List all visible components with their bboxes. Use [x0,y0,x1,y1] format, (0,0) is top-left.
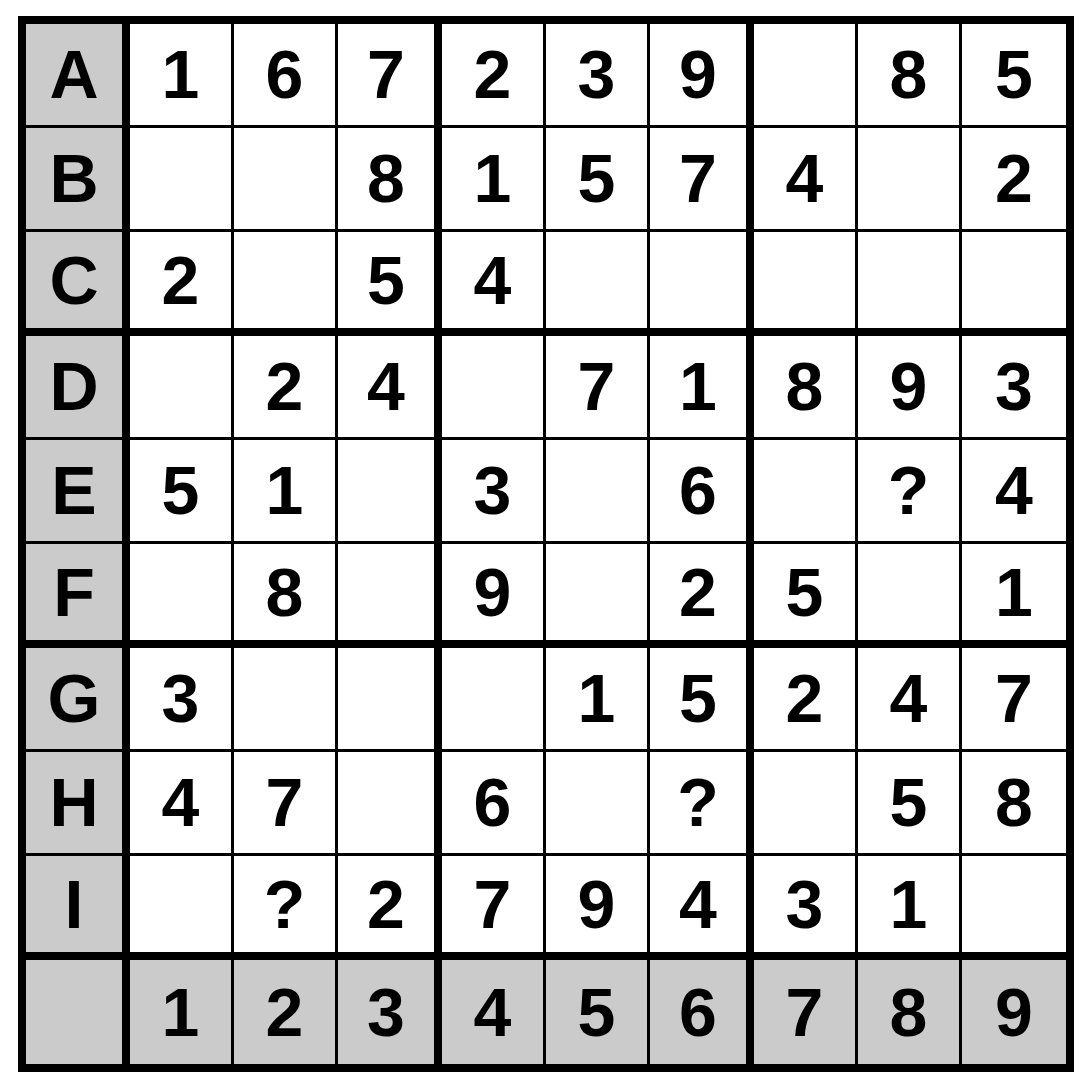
cell-I6[interactable]: 4 [650,856,754,960]
cell-H7[interactable] [754,752,858,856]
cell-A8[interactable]: 8 [858,24,962,128]
cell-I9[interactable] [962,856,1066,960]
cell-H5[interactable] [546,752,650,856]
col-label-1: 1 [130,960,234,1064]
cell-B6[interactable]: 7 [650,128,754,232]
row-label-C: C [26,232,130,336]
cell-A2[interactable]: 6 [234,24,338,128]
cell-B3[interactable]: 8 [338,128,442,232]
page: A16723985B815742C254D2471893E5136?4F8925… [0,0,1092,1087]
cell-D5[interactable]: 7 [546,336,650,440]
cell-D8[interactable]: 9 [858,336,962,440]
cell-E1[interactable]: 5 [130,440,234,544]
cell-C2[interactable] [234,232,338,336]
cell-B9[interactable]: 2 [962,128,1066,232]
cell-F4[interactable]: 9 [442,544,546,648]
cell-C6[interactable] [650,232,754,336]
cell-H3[interactable] [338,752,442,856]
sudoku-board: A16723985B815742C254D2471893E5136?4F8925… [18,16,1074,1072]
row-label-B: B [26,128,130,232]
cell-G4[interactable] [442,648,546,752]
cell-B1[interactable] [130,128,234,232]
cell-I2[interactable]: ? [234,856,338,960]
cell-H1[interactable]: 4 [130,752,234,856]
cell-H8[interactable]: 5 [858,752,962,856]
cell-B4[interactable]: 1 [442,128,546,232]
cell-C4[interactable]: 4 [442,232,546,336]
col-label-7: 7 [754,960,858,1064]
cell-A6[interactable]: 9 [650,24,754,128]
row-label-I: I [26,856,130,960]
cell-A7[interactable] [754,24,858,128]
cell-F8[interactable] [858,544,962,648]
cell-A3[interactable]: 7 [338,24,442,128]
cell-G5[interactable]: 1 [546,648,650,752]
cell-E2[interactable]: 1 [234,440,338,544]
cell-E5[interactable] [546,440,650,544]
cell-G9[interactable]: 7 [962,648,1066,752]
cell-E8[interactable]: ? [858,440,962,544]
cell-E7[interactable] [754,440,858,544]
col-label-6: 6 [650,960,754,1064]
cell-F9[interactable]: 1 [962,544,1066,648]
cell-F3[interactable] [338,544,442,648]
cell-D2[interactable]: 2 [234,336,338,440]
row-label-D: D [26,336,130,440]
cell-E4[interactable]: 3 [442,440,546,544]
row-label-E: E [26,440,130,544]
cell-G6[interactable]: 5 [650,648,754,752]
col-label-4: 4 [442,960,546,1064]
cell-G1[interactable]: 3 [130,648,234,752]
cell-D4[interactable] [442,336,546,440]
col-label-9: 9 [962,960,1066,1064]
cell-F1[interactable] [130,544,234,648]
cell-A5[interactable]: 3 [546,24,650,128]
cell-B5[interactable]: 5 [546,128,650,232]
cell-B7[interactable]: 4 [754,128,858,232]
cell-E6[interactable]: 6 [650,440,754,544]
row-label-F: F [26,544,130,648]
cell-G7[interactable]: 2 [754,648,858,752]
cell-I1[interactable] [130,856,234,960]
cell-H4[interactable]: 6 [442,752,546,856]
col-label-2: 2 [234,960,338,1064]
cell-I3[interactable]: 2 [338,856,442,960]
cell-C8[interactable] [858,232,962,336]
cell-I8[interactable]: 1 [858,856,962,960]
cell-H6[interactable]: ? [650,752,754,856]
cell-C3[interactable]: 5 [338,232,442,336]
cell-I4[interactable]: 7 [442,856,546,960]
cell-G8[interactable]: 4 [858,648,962,752]
cell-B2[interactable] [234,128,338,232]
cell-D1[interactable] [130,336,234,440]
cell-C9[interactable] [962,232,1066,336]
cell-D7[interactable]: 8 [754,336,858,440]
cell-I7[interactable]: 3 [754,856,858,960]
cell-F2[interactable]: 8 [234,544,338,648]
row-label-G: G [26,648,130,752]
cell-H2[interactable]: 7 [234,752,338,856]
cell-F7[interactable]: 5 [754,544,858,648]
cell-C1[interactable]: 2 [130,232,234,336]
row-label-H: H [26,752,130,856]
cell-E3[interactable] [338,440,442,544]
cell-F5[interactable] [546,544,650,648]
cell-H9[interactable]: 8 [962,752,1066,856]
row-label-A: A [26,24,130,128]
cell-C7[interactable] [754,232,858,336]
corner-cell [26,960,130,1064]
col-label-5: 5 [546,960,650,1064]
cell-E9[interactable]: 4 [962,440,1066,544]
cell-C5[interactable] [546,232,650,336]
cell-D9[interactable]: 3 [962,336,1066,440]
cell-A1[interactable]: 1 [130,24,234,128]
cell-D3[interactable]: 4 [338,336,442,440]
cell-G2[interactable] [234,648,338,752]
cell-A4[interactable]: 2 [442,24,546,128]
col-label-3: 3 [338,960,442,1064]
cell-A9[interactable]: 5 [962,24,1066,128]
cell-G3[interactable] [338,648,442,752]
cell-F6[interactable]: 2 [650,544,754,648]
cell-B8[interactable] [858,128,962,232]
col-label-8: 8 [858,960,962,1064]
cell-I5[interactable]: 9 [546,856,650,960]
cell-D6[interactable]: 1 [650,336,754,440]
